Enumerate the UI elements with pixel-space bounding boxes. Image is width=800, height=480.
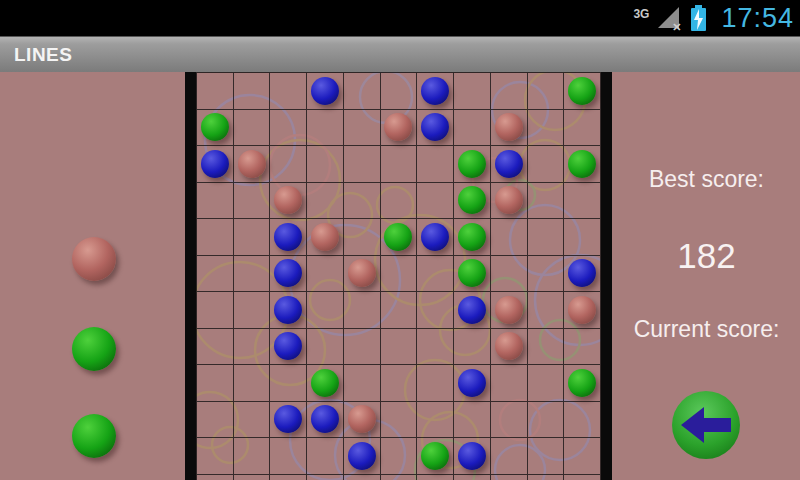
board-cell[interactable] bbox=[381, 110, 418, 147]
board-cell[interactable] bbox=[417, 402, 454, 439]
ball-blue[interactable] bbox=[274, 259, 302, 287]
board-cell[interactable] bbox=[381, 146, 418, 183]
app-title: LINES bbox=[0, 44, 72, 66]
board-cell[interactable] bbox=[234, 402, 271, 439]
board-cell[interactable] bbox=[454, 146, 491, 183]
ball-blue[interactable] bbox=[274, 405, 302, 433]
board-cell[interactable] bbox=[197, 292, 234, 329]
board-cell[interactable] bbox=[454, 110, 491, 147]
ball-green[interactable] bbox=[458, 150, 486, 178]
board-cell[interactable] bbox=[344, 183, 381, 220]
board-cell[interactable] bbox=[197, 402, 234, 439]
ball-green[interactable] bbox=[201, 113, 229, 141]
left-arrow-icon bbox=[677, 403, 735, 447]
board-cell[interactable] bbox=[344, 219, 381, 256]
board-cell[interactable] bbox=[381, 292, 418, 329]
board-cell[interactable] bbox=[528, 365, 565, 402]
board-cell[interactable] bbox=[564, 183, 601, 220]
board-cell[interactable] bbox=[564, 256, 601, 293]
best-score-value: 182 bbox=[613, 236, 800, 276]
board-grid bbox=[196, 72, 601, 480]
ball-blue[interactable] bbox=[568, 259, 596, 287]
board-cell[interactable] bbox=[417, 183, 454, 220]
ball-blue[interactable] bbox=[458, 369, 486, 397]
board-cell[interactable] bbox=[564, 73, 601, 110]
board-cell[interactable] bbox=[528, 475, 565, 480]
next-balls-preview bbox=[0, 72, 185, 480]
board-cell[interactable] bbox=[270, 219, 307, 256]
board-cell[interactable] bbox=[344, 292, 381, 329]
board-cell[interactable] bbox=[454, 365, 491, 402]
board-cell[interactable] bbox=[491, 183, 528, 220]
board-cell[interactable] bbox=[417, 73, 454, 110]
ball-red[interactable] bbox=[495, 296, 523, 324]
board-cell[interactable] bbox=[564, 438, 601, 475]
board-cell[interactable] bbox=[528, 73, 565, 110]
board-cell[interactable] bbox=[381, 438, 418, 475]
board-cell[interactable] bbox=[234, 292, 271, 329]
board-cell[interactable] bbox=[417, 475, 454, 480]
ball-blue[interactable] bbox=[274, 223, 302, 251]
board-cell[interactable] bbox=[417, 256, 454, 293]
board-cell[interactable] bbox=[197, 73, 234, 110]
ball-green[interactable] bbox=[568, 77, 596, 105]
board-cell[interactable] bbox=[491, 73, 528, 110]
board-cell[interactable] bbox=[564, 365, 601, 402]
board-cell[interactable] bbox=[454, 475, 491, 480]
board-cell[interactable] bbox=[270, 146, 307, 183]
board-cell[interactable] bbox=[417, 365, 454, 402]
signal-strength-icon: ✕ bbox=[658, 7, 680, 31]
board-cell[interactable] bbox=[564, 475, 601, 480]
ball-blue[interactable] bbox=[201, 150, 229, 178]
board-cell[interactable] bbox=[491, 292, 528, 329]
ball-blue[interactable] bbox=[274, 332, 302, 360]
ball-red[interactable] bbox=[348, 259, 376, 287]
board-cell[interactable] bbox=[381, 256, 418, 293]
ball-blue[interactable] bbox=[421, 223, 449, 251]
ball-red[interactable] bbox=[568, 296, 596, 324]
board-cell[interactable] bbox=[307, 183, 344, 220]
ball-blue[interactable] bbox=[421, 113, 449, 141]
board-cell[interactable] bbox=[417, 329, 454, 366]
board-cell[interactable] bbox=[381, 329, 418, 366]
ball-blue[interactable] bbox=[458, 296, 486, 324]
board-cell[interactable] bbox=[234, 146, 271, 183]
board-cell[interactable] bbox=[307, 365, 344, 402]
board-cell[interactable] bbox=[307, 402, 344, 439]
board-cell[interactable] bbox=[197, 183, 234, 220]
board-cell[interactable] bbox=[270, 73, 307, 110]
board-cell[interactable] bbox=[454, 438, 491, 475]
board-cell[interactable] bbox=[234, 110, 271, 147]
ball-red[interactable] bbox=[495, 332, 523, 360]
ball-green[interactable] bbox=[568, 150, 596, 178]
score-panel: Best score: 182 Current score: 0 bbox=[613, 72, 800, 480]
next-ball-red bbox=[72, 237, 116, 281]
board-cell[interactable] bbox=[234, 475, 271, 480]
board-cell[interactable] bbox=[528, 402, 565, 439]
board-cell[interactable] bbox=[234, 73, 271, 110]
board-cell[interactable] bbox=[197, 329, 234, 366]
ball-red[interactable] bbox=[274, 186, 302, 214]
board-cell[interactable] bbox=[197, 219, 234, 256]
board-cell[interactable] bbox=[234, 365, 271, 402]
board-cell[interactable] bbox=[454, 183, 491, 220]
board-cell[interactable] bbox=[491, 256, 528, 293]
board-cell[interactable] bbox=[491, 475, 528, 480]
board-cell[interactable] bbox=[381, 73, 418, 110]
ball-red[interactable] bbox=[311, 223, 339, 251]
board-cell[interactable] bbox=[197, 110, 234, 147]
ball-red[interactable] bbox=[495, 186, 523, 214]
board-cell[interactable] bbox=[528, 183, 565, 220]
ball-green[interactable] bbox=[458, 259, 486, 287]
next-ball-green bbox=[72, 327, 116, 371]
board-cell[interactable] bbox=[307, 475, 344, 480]
board-cell[interactable] bbox=[417, 438, 454, 475]
ball-blue[interactable] bbox=[421, 77, 449, 105]
board-cell[interactable] bbox=[564, 402, 601, 439]
board-cell[interactable] bbox=[307, 438, 344, 475]
board-cell[interactable] bbox=[528, 110, 565, 147]
board-cell[interactable] bbox=[564, 146, 601, 183]
board-cell[interactable] bbox=[528, 146, 565, 183]
current-score-label: Current score: bbox=[613, 316, 800, 343]
ball-green[interactable] bbox=[421, 442, 449, 470]
board-cell[interactable] bbox=[491, 110, 528, 147]
board-cell[interactable] bbox=[564, 329, 601, 366]
board-cell[interactable] bbox=[454, 73, 491, 110]
ball-red[interactable] bbox=[495, 113, 523, 141]
board-cell[interactable] bbox=[417, 219, 454, 256]
board-cell[interactable] bbox=[270, 402, 307, 439]
board-cell[interactable] bbox=[381, 183, 418, 220]
board-cell[interactable] bbox=[528, 256, 565, 293]
network-type-label: 3G bbox=[633, 7, 649, 21]
board-cell[interactable] bbox=[491, 329, 528, 366]
board-cell[interactable] bbox=[307, 146, 344, 183]
board-cell[interactable] bbox=[528, 438, 565, 475]
lightning-bolt-icon bbox=[692, 9, 705, 30]
board-cell[interactable] bbox=[417, 146, 454, 183]
board-cell[interactable] bbox=[344, 329, 381, 366]
board-cell[interactable] bbox=[491, 365, 528, 402]
board-cell[interactable] bbox=[491, 402, 528, 439]
board-cell[interactable] bbox=[454, 292, 491, 329]
board-cell[interactable] bbox=[197, 146, 234, 183]
board-cell[interactable] bbox=[454, 256, 491, 293]
next-ball-green bbox=[72, 414, 116, 458]
board-cell[interactable] bbox=[234, 219, 271, 256]
board-cell[interactable] bbox=[270, 475, 307, 480]
board-cell[interactable] bbox=[270, 329, 307, 366]
no-data-x-icon: ✕ bbox=[672, 21, 681, 34]
ball-red[interactable] bbox=[238, 150, 266, 178]
board-cell[interactable] bbox=[417, 110, 454, 147]
board-cell[interactable] bbox=[564, 219, 601, 256]
board-cell[interactable] bbox=[344, 438, 381, 475]
battery-charging-icon bbox=[691, 5, 706, 31]
board-cell[interactable] bbox=[270, 292, 307, 329]
board-cell[interactable] bbox=[307, 110, 344, 147]
board-cell[interactable] bbox=[381, 365, 418, 402]
board-cell[interactable] bbox=[528, 219, 565, 256]
board-left-border bbox=[185, 72, 196, 480]
board-cell[interactable] bbox=[197, 475, 234, 480]
board-cell[interactable] bbox=[344, 73, 381, 110]
board-cell[interactable] bbox=[381, 402, 418, 439]
board-cell[interactable] bbox=[197, 365, 234, 402]
board-cell[interactable] bbox=[528, 329, 565, 366]
board-cell[interactable] bbox=[234, 183, 271, 220]
game-board[interactable] bbox=[196, 72, 601, 480]
board-cell[interactable] bbox=[234, 438, 271, 475]
clock: 17:54 bbox=[721, 3, 794, 34]
board-cell[interactable] bbox=[270, 365, 307, 402]
board-cell[interactable] bbox=[234, 329, 271, 366]
board-cell[interactable] bbox=[344, 402, 381, 439]
ball-red[interactable] bbox=[348, 405, 376, 433]
board-cell[interactable] bbox=[381, 475, 418, 480]
board-cell[interactable] bbox=[564, 292, 601, 329]
board-cell[interactable] bbox=[307, 256, 344, 293]
board-cell[interactable] bbox=[344, 110, 381, 147]
board-cell[interactable] bbox=[197, 256, 234, 293]
board-cell[interactable] bbox=[491, 438, 528, 475]
board-right-border bbox=[601, 72, 612, 480]
board-cell[interactable] bbox=[270, 110, 307, 147]
board-cell[interactable] bbox=[454, 219, 491, 256]
board-cell[interactable] bbox=[417, 292, 454, 329]
ball-red[interactable] bbox=[384, 113, 412, 141]
board-cell[interactable] bbox=[270, 183, 307, 220]
ball-blue[interactable] bbox=[311, 77, 339, 105]
ball-blue[interactable] bbox=[311, 405, 339, 433]
board-cell[interactable] bbox=[234, 256, 271, 293]
board-cell[interactable] bbox=[381, 219, 418, 256]
board-cell[interactable] bbox=[454, 329, 491, 366]
board-cell[interactable] bbox=[307, 329, 344, 366]
board-cell[interactable] bbox=[491, 146, 528, 183]
board-cell[interactable] bbox=[307, 219, 344, 256]
back-button[interactable] bbox=[672, 391, 740, 459]
ball-blue[interactable] bbox=[348, 442, 376, 470]
ball-green[interactable] bbox=[384, 223, 412, 251]
board-cell[interactable] bbox=[344, 146, 381, 183]
board-cell[interactable] bbox=[528, 292, 565, 329]
board-cell[interactable] bbox=[344, 256, 381, 293]
ball-blue[interactable] bbox=[495, 150, 523, 178]
ball-green[interactable] bbox=[311, 369, 339, 397]
ball-green[interactable] bbox=[568, 369, 596, 397]
best-score-label: Best score: bbox=[613, 166, 800, 193]
board-cell[interactable] bbox=[270, 438, 307, 475]
ball-blue[interactable] bbox=[274, 296, 302, 324]
board-cell[interactable] bbox=[344, 365, 381, 402]
title-bar: LINES bbox=[0, 36, 800, 72]
ball-blue[interactable] bbox=[458, 442, 486, 470]
board-cell[interactable] bbox=[454, 402, 491, 439]
board-cell[interactable] bbox=[564, 110, 601, 147]
status-bar: 3G ✕ 17:54 bbox=[0, 0, 800, 36]
board-cell[interactable] bbox=[307, 292, 344, 329]
ball-green[interactable] bbox=[458, 223, 486, 251]
board-cell[interactable] bbox=[197, 438, 234, 475]
board-cell[interactable] bbox=[270, 256, 307, 293]
board-cell[interactable] bbox=[491, 219, 528, 256]
app-screen: 3G ✕ 17:54 LINES bbox=[0, 0, 800, 480]
board-cell[interactable] bbox=[344, 475, 381, 480]
ball-green[interactable] bbox=[458, 186, 486, 214]
board-cell[interactable] bbox=[307, 73, 344, 110]
